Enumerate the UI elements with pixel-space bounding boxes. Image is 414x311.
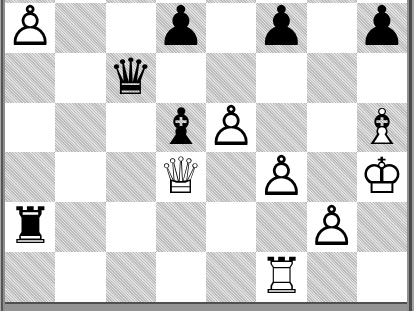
chess-board: ♟♙♟♟♟♛♝♟♙♝♗♛♕♟♙♚♔♜♟♙♜♖ [5,3,407,302]
white-queen[interactable]: ♛♕ [158,151,203,201]
square-b6[interactable] [55,3,105,53]
square-b2[interactable] [55,202,105,252]
piece-glyph: ♕ [158,147,203,205]
square-a5[interactable] [5,53,55,103]
square-g5[interactable] [307,53,357,103]
piece-glyph: ♙ [206,94,255,158]
square-c3[interactable] [106,152,156,202]
square-b5[interactable] [55,53,105,103]
square-b3[interactable] [55,152,105,202]
square-a1[interactable] [5,252,55,302]
square-d5[interactable] [156,53,206,103]
square-d6[interactable]: ♟ [156,3,206,53]
square-h2[interactable] [357,202,407,252]
square-b1[interactable] [55,252,105,302]
black-pawn[interactable]: ♟ [257,0,306,54]
square-h3[interactable]: ♚♔ [357,152,407,202]
white-pawn[interactable]: ♟♙ [257,149,306,204]
square-a3[interactable] [5,152,55,202]
square-e3[interactable] [206,152,256,202]
piece-glyph: ♙ [5,0,54,58]
square-e6[interactable] [206,3,256,53]
board-frame-bottom [0,302,414,311]
piece-glyph: ♔ [359,147,404,205]
square-c6[interactable] [106,3,156,53]
piece-glyph: ♜ [8,197,53,255]
square-h4[interactable]: ♝♗ [357,103,407,153]
piece-glyph: ♛ [108,48,153,106]
square-f5[interactable] [256,53,306,103]
black-pawn[interactable]: ♟ [357,0,406,54]
square-e2[interactable] [206,202,256,252]
square-d2[interactable] [156,202,206,252]
board-frame-left [0,0,5,311]
square-f2[interactable] [256,202,306,252]
square-h6[interactable]: ♟ [357,3,407,53]
square-d3[interactable]: ♛♕ [156,152,206,202]
piece-glyph: ♙ [257,144,306,208]
black-rook[interactable]: ♜ [8,201,53,251]
square-d4[interactable]: ♝ [156,103,206,153]
square-a2[interactable]: ♜ [5,202,55,252]
piece-glyph: ♖ [259,247,304,305]
square-c5[interactable]: ♛ [106,53,156,103]
piece-glyph: ♟ [357,0,406,58]
white-rook[interactable]: ♜♖ [259,251,304,301]
board-frame-right [407,0,414,311]
square-c2[interactable] [106,202,156,252]
square-g6[interactable] [307,3,357,53]
square-g1[interactable] [307,252,357,302]
square-f1[interactable]: ♜♖ [256,252,306,302]
square-f3[interactable]: ♟♙ [256,152,306,202]
square-e1[interactable] [206,252,256,302]
black-pawn[interactable]: ♟ [156,0,205,54]
square-h5[interactable] [357,53,407,103]
square-a6[interactable]: ♟♙ [5,3,55,53]
white-king[interactable]: ♚♔ [359,151,404,201]
square-h1[interactable] [357,252,407,302]
black-bishop[interactable]: ♝ [158,102,203,152]
square-c1[interactable] [106,252,156,302]
piece-glyph: ♟ [156,0,205,58]
chess-board-window: ♟♙♟♟♟♛♝♟♙♝♗♛♕♟♙♚♔♜♟♙♜♖ [0,0,414,311]
square-g2[interactable]: ♟♙ [307,202,357,252]
square-d1[interactable] [156,252,206,302]
square-b4[interactable] [55,103,105,153]
black-queen[interactable]: ♛ [108,52,153,102]
square-e4[interactable]: ♟♙ [206,103,256,153]
white-bishop[interactable]: ♝♗ [359,102,404,152]
white-pawn[interactable]: ♟♙ [5,0,54,54]
square-a4[interactable] [5,103,55,153]
piece-glyph: ♙ [307,194,356,258]
white-pawn[interactable]: ♟♙ [307,199,356,254]
piece-glyph: ♟ [257,0,306,58]
square-c4[interactable] [106,103,156,153]
square-g4[interactable] [307,103,357,153]
square-f6[interactable]: ♟ [256,3,306,53]
white-pawn[interactable]: ♟♙ [206,99,255,154]
